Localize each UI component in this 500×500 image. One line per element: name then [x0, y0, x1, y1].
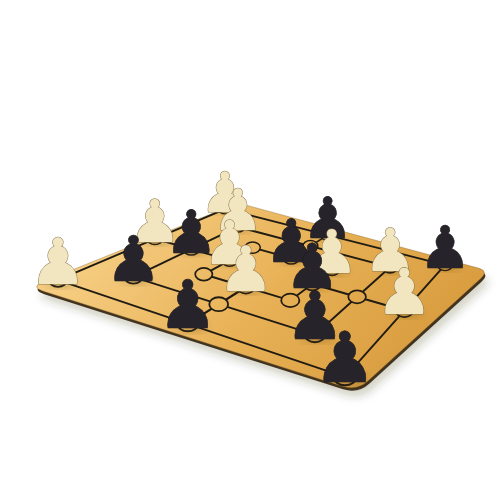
pawn-black-at-middle-w[interactable]: ♟: [105, 223, 161, 296]
pawn-white-at-outer-se[interactable]: ♟: [376, 255, 433, 329]
product-photo-stage: ♟♟♟♟♟♟♟♟♟♟♟♟♟♟♟♟♟♟: [0, 0, 500, 500]
point-middle-se[interactable]: [348, 290, 366, 303]
nine-mens-morris-board-photo: ♟♟♟♟♟♟♟♟♟♟♟♟♟♟♟♟♟♟: [0, 0, 500, 500]
pawn-black-at-outer-s[interactable]: ♟: [313, 317, 376, 399]
pawn-white-at-outer-w[interactable]: ♟: [29, 225, 86, 299]
pawn-white-at-inner-sw[interactable]: ♟: [218, 233, 274, 306]
pawn-black-at-outer-sw[interactable]: ♟: [158, 266, 218, 344]
